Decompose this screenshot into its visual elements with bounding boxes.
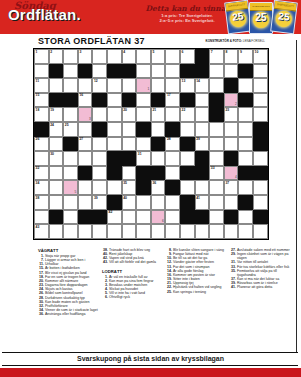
clue-section-header: LODRÄTT	[102, 269, 162, 274]
cell-number: 37	[225, 181, 229, 185]
clue-text: Kan springa i terräng	[173, 290, 206, 294]
letter-cell[interactable]	[224, 224, 239, 239]
publication-logo: Söndag Ordflätan.	[8, 1, 81, 21]
letter-cell[interactable]	[253, 151, 268, 166]
cell-number: 16	[79, 93, 83, 97]
letter-cell[interactable]: 6	[180, 49, 195, 64]
letter-cell[interactable]	[136, 195, 151, 210]
cell-number: 24	[50, 123, 54, 127]
letter-cell[interactable]: 39	[92, 195, 107, 210]
letter-cell[interactable]	[195, 180, 210, 195]
letter-cell[interactable]: 23	[224, 107, 239, 122]
letter-cell[interactable]	[107, 49, 122, 64]
letter-cell[interactable]	[92, 151, 107, 166]
letter-cell[interactable]	[49, 166, 64, 181]
cell-number: 17	[167, 93, 171, 97]
letter-cell[interactable]: 12	[92, 78, 107, 93]
letter-cell[interactable]	[209, 224, 224, 239]
letter-cell[interactable]	[63, 195, 78, 210]
cell-number: 6	[182, 50, 184, 54]
cell-number: 21	[152, 108, 156, 112]
letter-cell[interactable]: 24	[49, 122, 64, 137]
pink-solution-cell[interactable]: 1	[136, 78, 151, 93]
letter-cell[interactable]	[92, 64, 107, 79]
clue-text: Anstränga eller hudflänga	[45, 312, 85, 316]
pink-solution-cell[interactable]: 6	[151, 210, 166, 225]
letter-cell[interactable]	[49, 78, 64, 93]
black-cell	[122, 93, 137, 108]
clue-item: 6.Ofrivilligt ryck	[102, 295, 162, 299]
letter-cell[interactable]	[122, 210, 137, 225]
black-cell	[180, 137, 195, 152]
letter-cell[interactable]	[92, 166, 107, 181]
cell-number: 1	[36, 50, 38, 54]
cell-number: 9	[240, 50, 242, 54]
letter-cell[interactable]	[209, 180, 224, 195]
letter-cell[interactable]: 9	[238, 49, 253, 64]
black-cell	[209, 93, 224, 108]
letter-cell[interactable]	[122, 137, 137, 152]
pink-solution-cell[interactable]: 3	[78, 107, 93, 122]
letter-cell[interactable]	[78, 224, 93, 239]
ticket-value: 25	[226, 10, 249, 24]
letter-cell[interactable]	[165, 210, 180, 225]
letter-cell[interactable]	[92, 180, 107, 195]
solution-cell-marker: 6	[162, 220, 164, 223]
letter-cell[interactable]: 36	[151, 180, 166, 195]
letter-cell[interactable]	[122, 122, 137, 137]
clue-number: 6.	[102, 295, 109, 299]
constructor-credit: KONSTRUKTÖR & FOTO: LENA FORSELL	[206, 39, 265, 43]
clue-number: 41.	[230, 285, 237, 289]
letter-cell[interactable]	[92, 49, 107, 64]
clue-column: 27.Avslutade saken med ett nummer29.Inge…	[230, 248, 294, 350]
letter-cell[interactable]	[151, 224, 166, 239]
letter-cell[interactable]: 20	[122, 107, 137, 122]
letter-cell[interactable]: 41	[195, 195, 210, 210]
letter-cell[interactable]	[165, 64, 180, 79]
cell-number: 30	[50, 152, 54, 156]
letter-cell[interactable]	[136, 107, 151, 122]
clue-item: 35.Femtioelva att välja på till tjugohun…	[230, 269, 290, 277]
clue-number: 35.	[230, 269, 237, 277]
clue-item: 29.Ingen skönhet som är i vägen på vägen	[230, 252, 290, 260]
letter-cell[interactable]	[180, 224, 195, 239]
letter-cell[interactable]: 34	[34, 180, 49, 195]
letter-cell[interactable]	[238, 180, 253, 195]
black-cell	[107, 195, 122, 210]
cell-number: 22	[182, 108, 186, 112]
letter-cell[interactable]	[49, 224, 64, 239]
letter-cell[interactable]	[224, 64, 239, 79]
letter-cell[interactable]: 38	[34, 195, 49, 210]
letter-cell[interactable]	[165, 195, 180, 210]
cell-number: 14	[196, 79, 200, 83]
black-cell	[151, 166, 166, 181]
letter-cell[interactable]	[209, 210, 224, 225]
cell-number: 20	[123, 108, 127, 112]
cell-number: 40	[123, 196, 127, 200]
black-cell	[195, 210, 210, 225]
solution-cell-marker: 2	[235, 103, 237, 106]
black-cell	[195, 49, 210, 64]
letter-cell[interactable]	[238, 224, 253, 239]
letter-cell[interactable]	[253, 195, 268, 210]
black-cell	[165, 122, 180, 137]
letter-cell[interactable]	[63, 49, 78, 64]
ticket-value: 25	[250, 12, 272, 23]
letter-cell[interactable]	[165, 49, 180, 64]
black-cell	[180, 195, 195, 210]
pink-solution-cell[interactable]: 2	[224, 93, 239, 108]
cell-number: 19	[50, 108, 54, 112]
clue-text: Ofrivilligt ryck	[109, 295, 130, 299]
clue-item: 36.Anstränga eller hudflänga	[38, 312, 98, 316]
letter-cell[interactable]	[209, 151, 224, 166]
black-cell	[136, 122, 151, 137]
cell-number: 23	[225, 108, 229, 112]
black-cell	[92, 122, 107, 137]
letter-cell[interactable]: 1	[34, 49, 49, 64]
letter-cell[interactable]: 40	[122, 195, 137, 210]
cell-number: 41	[196, 196, 200, 200]
letter-cell[interactable]	[224, 195, 239, 210]
letter-cell[interactable]	[34, 210, 49, 225]
lottery-ticket: SVERIGELOTT 25	[270, 0, 298, 34]
letter-cell[interactable]	[107, 122, 122, 137]
letter-cell[interactable]: 2	[49, 49, 64, 64]
cell-number: 10	[255, 50, 259, 54]
black-cell	[122, 151, 137, 166]
cell-number: 39	[94, 196, 98, 200]
letter-cell[interactable]	[122, 78, 137, 93]
letter-cell[interactable]	[238, 107, 253, 122]
black-cell	[151, 137, 166, 152]
black-cell	[253, 166, 268, 181]
crossword-grid: 1234567891011121131415161721819320212223…	[33, 48, 269, 240]
black-cell	[209, 107, 224, 122]
letter-cell[interactable]: 35	[122, 180, 137, 195]
letter-cell[interactable]	[151, 64, 166, 79]
clue-text: Femtioelva att välja på till tjugohundra	[237, 269, 290, 277]
letter-cell[interactable]: 8	[224, 49, 239, 64]
letter-cell[interactable]	[165, 151, 180, 166]
clue-item: 41.Planerar att göra detta	[230, 285, 290, 289]
black-cell	[195, 166, 210, 181]
clue-item: 25.Kan springa i terräng	[166, 290, 226, 294]
black-cell	[180, 210, 195, 225]
letter-cell[interactable]	[49, 195, 64, 210]
cell-number: 18	[36, 108, 40, 112]
letter-cell[interactable]	[238, 78, 253, 93]
cell-number: 26	[36, 137, 40, 141]
black-cell	[195, 151, 210, 166]
cell-number: 42	[109, 210, 113, 214]
letter-cell[interactable]	[180, 151, 195, 166]
clue-number: 25.	[166, 290, 173, 294]
letter-cell[interactable]	[209, 137, 224, 152]
letter-cell[interactable]	[195, 122, 210, 137]
letter-cell[interactable]: 25	[63, 122, 78, 137]
letter-cell[interactable]: 42	[107, 210, 122, 225]
letter-cell[interactable]	[122, 224, 137, 239]
letter-cell[interactable]	[78, 180, 93, 195]
clue-column: VÅGRÄTT1.Stoja när propp går7.Lägger vi …	[38, 248, 102, 350]
letter-cell[interactable]	[136, 49, 151, 64]
letter-cell[interactable]	[180, 122, 195, 137]
letter-cell[interactable]	[209, 195, 224, 210]
black-cell	[136, 180, 151, 195]
letter-cell[interactable]	[253, 107, 268, 122]
letter-cell[interactable]	[253, 78, 268, 93]
cell-number: 12	[94, 79, 98, 83]
pink-solution-cell[interactable]: 5	[63, 180, 78, 195]
black-cell	[224, 210, 239, 225]
black-cell	[92, 93, 107, 108]
black-cell	[238, 64, 253, 79]
letter-cell[interactable]	[92, 224, 107, 239]
letter-cell[interactable]	[63, 64, 78, 79]
clue-text: Vill att allt förblir vid det gamla	[109, 260, 156, 264]
footer-bottom-rule	[2, 365, 298, 366]
footer-top-rule	[2, 352, 298, 353]
letter-cell[interactable]	[151, 151, 166, 166]
letter-cell[interactable]	[238, 122, 253, 137]
lottery-ticket: SVERIGELOTT 25	[224, 0, 252, 34]
letter-cell[interactable]	[78, 151, 93, 166]
letter-cell[interactable]	[180, 180, 195, 195]
letter-cell[interactable]	[78, 195, 93, 210]
letter-cell[interactable]: 37	[224, 180, 239, 195]
letter-cell[interactable]: 30	[49, 151, 64, 166]
letter-cell[interactable]	[107, 107, 122, 122]
letter-cell[interactable]: 29	[195, 137, 210, 152]
cell-number: 25	[65, 123, 69, 127]
letter-cell[interactable]	[253, 180, 268, 195]
letter-cell[interactable]	[63, 107, 78, 122]
prize-title: Detta kan du vinna:	[141, 5, 233, 13]
black-cell	[180, 93, 195, 108]
letter-cell[interactable]	[195, 224, 210, 239]
letter-cell[interactable]	[63, 210, 78, 225]
cell-number: 8	[225, 50, 227, 54]
letter-cell[interactable]	[151, 78, 166, 93]
letter-cell[interactable]	[136, 93, 151, 108]
black-cell	[34, 122, 49, 137]
solution-cell-marker: 3	[89, 118, 91, 121]
cell-number: 43	[36, 225, 40, 229]
black-cell	[78, 64, 93, 79]
letter-cell[interactable]: 10	[253, 49, 268, 64]
cell-number: 13	[182, 79, 186, 83]
letter-cell[interactable]	[209, 122, 224, 137]
cell-number: 5	[152, 50, 154, 54]
prize-info: Detta kan du vinna: 1:a pris: Tre Sverig…	[141, 5, 233, 23]
letter-cell[interactable]	[165, 166, 180, 181]
letter-cell[interactable]: 26	[34, 137, 49, 152]
letter-cell[interactable]: 3	[78, 49, 93, 64]
letter-cell[interactable]	[63, 166, 78, 181]
black-cell	[49, 93, 64, 108]
black-cell	[107, 151, 122, 166]
letter-cell[interactable]: 43	[34, 224, 49, 239]
black-cell	[92, 210, 107, 225]
prize-line2: 2:a–5:e pris: En Sverigelott.	[141, 18, 233, 23]
letter-cell[interactable]: 32	[34, 166, 49, 181]
black-cell	[224, 78, 239, 93]
clue-lists: VÅGRÄTT1.Stoja när propp går7.Lägger vi …	[38, 248, 294, 350]
letter-cell[interactable]: 19	[49, 107, 64, 122]
cell-number: 31	[138, 152, 142, 156]
clue-text: Planerar att göra detta	[237, 285, 272, 289]
letter-cell[interactable]: 17	[165, 93, 180, 108]
letter-cell[interactable]: 13	[180, 78, 195, 93]
footer-red-bar	[0, 368, 301, 377]
cell-number: 7	[211, 50, 213, 54]
letter-cell[interactable]	[63, 78, 78, 93]
black-cell	[224, 151, 239, 166]
black-cell	[253, 122, 268, 137]
letter-cell[interactable]: 16	[78, 93, 93, 108]
black-cell	[180, 166, 195, 181]
letter-cell[interactable]	[209, 78, 224, 93]
letter-cell[interactable]	[107, 224, 122, 239]
cell-number: 4	[123, 50, 125, 54]
black-cell	[165, 180, 180, 195]
black-cell	[49, 64, 64, 79]
letter-cell[interactable]	[253, 64, 268, 79]
letter-cell[interactable]	[209, 64, 224, 79]
black-cell	[49, 210, 64, 225]
letter-cell[interactable]	[253, 93, 268, 108]
letter-cell[interactable]: 18	[34, 107, 49, 122]
letter-cell[interactable]: 33	[209, 166, 224, 181]
letter-cell[interactable]	[49, 137, 64, 152]
cell-number: 29	[196, 137, 200, 141]
black-cell	[238, 166, 253, 181]
letter-cell[interactable]: 14	[195, 78, 210, 93]
cell-number: 11	[36, 79, 40, 83]
letter-cell[interactable]	[238, 137, 253, 152]
header-banner: Söndag Ordflätan. Detta kan du vinna: 1:…	[0, 0, 301, 34]
letter-cell[interactable]	[92, 137, 107, 152]
clue-text: Ingen skönhet som är i vägen på vägen	[237, 252, 290, 260]
letter-cell[interactable]	[92, 107, 107, 122]
letter-cell[interactable]: 21	[151, 107, 166, 122]
cell-number: 35	[123, 181, 127, 185]
letter-cell[interactable]: 5	[151, 49, 166, 64]
letter-cell[interactable]: 31	[136, 151, 151, 166]
black-cell	[63, 137, 78, 152]
letter-cell[interactable]	[78, 122, 93, 137]
letter-cell[interactable]	[78, 78, 93, 93]
clue-column: 38.Tränade hårt och blev seg40.Rent jäke…	[102, 248, 166, 350]
cell-number: 33	[211, 166, 215, 170]
ticket-brand-strip: SVERIGELOTT	[250, 3, 272, 11]
black-cell	[195, 64, 210, 79]
letter-cell[interactable]	[151, 195, 166, 210]
letter-cell[interactable]	[136, 224, 151, 239]
letter-cell[interactable]: 27	[78, 137, 93, 152]
letter-cell[interactable]	[107, 180, 122, 195]
black-cell	[238, 195, 253, 210]
letter-cell[interactable]	[238, 151, 253, 166]
letter-cell[interactable]	[165, 107, 180, 122]
black-cell	[151, 93, 166, 108]
credit-label: KONSTRUKTÖR & FOTO:	[206, 39, 242, 43]
lottery-tickets: SVERIGELOTT 25 SVERIGELOTT 25 SVERIGELOT…	[226, 1, 298, 34]
clue-number: 43.	[102, 260, 109, 264]
black-cell	[78, 166, 93, 181]
cell-number: 38	[36, 196, 40, 200]
letter-cell[interactable]	[238, 210, 253, 225]
solution-cell-marker: 4	[235, 176, 237, 179]
cell-number: 36	[152, 181, 156, 185]
letter-cell[interactable]: 4	[122, 49, 137, 64]
clue-column: 8.Blir kanske sliten sångare i säng9.Fån…	[166, 248, 230, 350]
logo-word-text: Ordflätan.	[8, 8, 81, 21]
letter-cell[interactable]	[107, 93, 122, 108]
letter-cell[interactable]	[107, 78, 122, 93]
credit-name: LENA FORSELL	[243, 39, 265, 43]
cell-number: 15	[36, 93, 40, 97]
letter-cell[interactable]	[136, 210, 151, 225]
clue-section-header: VÅGRÄTT	[38, 248, 98, 253]
letter-cell[interactable]	[195, 107, 210, 122]
letter-cell[interactable]	[34, 64, 49, 79]
solution-cell-marker: 5	[74, 191, 76, 194]
letter-cell[interactable]	[136, 64, 151, 79]
letter-cell[interactable]	[136, 137, 151, 152]
pink-solution-cell[interactable]: 4	[224, 166, 239, 181]
letter-cell[interactable]	[107, 137, 122, 152]
letter-cell[interactable]	[165, 224, 180, 239]
clue-item: 43.Vill att allt förblir vid det gamla	[102, 260, 162, 264]
letter-cell[interactable]	[49, 180, 64, 195]
letter-cell[interactable]	[122, 166, 137, 181]
black-cell	[253, 137, 268, 152]
black-cell	[78, 210, 93, 225]
letter-cell[interactable]	[63, 151, 78, 166]
letter-cell[interactable]: 7	[209, 49, 224, 64]
solution-cell-marker: 1	[147, 88, 149, 91]
cell-number: 34	[36, 181, 40, 185]
black-cell	[180, 64, 195, 79]
letter-cell[interactable]	[224, 122, 239, 137]
black-cell	[63, 93, 78, 108]
clue-number: 36.	[38, 312, 45, 316]
page-right-rule	[296, 40, 297, 352]
black-cell	[107, 64, 122, 79]
cell-number: 27	[79, 137, 83, 141]
black-cell	[107, 166, 122, 181]
letter-cell[interactable]: 22	[180, 107, 195, 122]
letter-cell[interactable]	[151, 122, 166, 137]
letter-cell[interactable]: 28	[165, 137, 180, 152]
letter-cell[interactable]: 11	[34, 78, 49, 93]
letter-cell[interactable]: 15	[34, 93, 49, 108]
letter-cell[interactable]	[165, 78, 180, 93]
cell-number: 32	[36, 166, 40, 170]
letter-cell[interactable]	[253, 224, 268, 239]
letter-cell[interactable]	[195, 93, 210, 108]
cell-number: 3	[79, 50, 81, 54]
letter-cell[interactable]	[34, 151, 49, 166]
clue-number: 29.	[230, 252, 237, 260]
letter-cell[interactable]	[224, 137, 239, 152]
black-cell	[238, 93, 253, 108]
letter-cell[interactable]	[63, 224, 78, 239]
